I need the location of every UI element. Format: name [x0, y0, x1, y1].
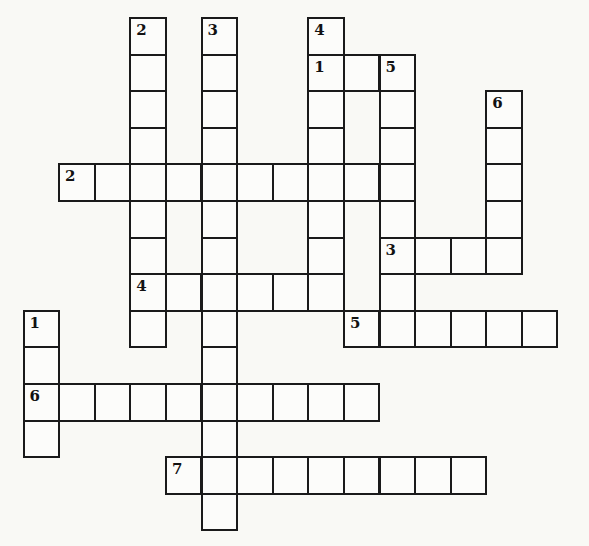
cell-r7-c3[interactable] [129, 273, 167, 312]
cell-r8-c11[interactable] [414, 310, 452, 349]
cell-r2-c5[interactable] [201, 90, 239, 129]
cell-r10-c4[interactable] [165, 383, 203, 422]
cell-r8-c12[interactable] [450, 310, 488, 349]
cell-r4-c5[interactable] [201, 163, 239, 202]
cell-r6-c12[interactable] [450, 237, 488, 276]
cell-r11-c0[interactable] [23, 420, 61, 459]
clue-number-4-r7-c3: 4 [136, 279, 146, 294]
clue-number-6-r10-c0: 6 [30, 389, 40, 404]
cell-r1-c8[interactable] [307, 54, 345, 93]
cell-r12-c10[interactable] [379, 456, 417, 495]
cell-r6-c5[interactable] [201, 237, 239, 276]
cell-r5-c13[interactable] [485, 200, 523, 239]
cell-r10-c1[interactable] [58, 383, 96, 422]
clue-number-4-r0-c8: 4 [314, 23, 324, 38]
cell-r0-c8[interactable] [307, 17, 345, 56]
cell-r4-c7[interactable] [272, 163, 310, 202]
cell-r9-c5[interactable] [201, 346, 239, 385]
cell-r13-c5[interactable] [201, 493, 239, 532]
cell-r10-c9[interactable] [343, 383, 381, 422]
cell-r8-c10[interactable] [379, 310, 417, 349]
clue-number-5-r1-c10: 5 [386, 60, 396, 75]
cell-r5-c8[interactable] [307, 200, 345, 239]
cell-r7-c10[interactable] [379, 273, 417, 312]
clue-number-2-r4-c1: 2 [65, 169, 75, 184]
cell-r8-c0[interactable] [23, 310, 61, 349]
cell-r12-c5[interactable] [201, 456, 239, 495]
cell-r1-c3[interactable] [129, 54, 167, 93]
cell-r8-c14[interactable] [521, 310, 559, 349]
cell-r6-c10[interactable] [379, 237, 417, 276]
cell-r0-c5[interactable] [201, 17, 239, 56]
cell-r9-c0[interactable] [23, 346, 61, 385]
cell-r1-c5[interactable] [201, 54, 239, 93]
cell-r1-c9[interactable] [343, 54, 381, 93]
crossword-page: 2341562341567 [0, 0, 589, 546]
clue-number-1-r8-c0: 1 [30, 316, 40, 331]
cell-r10-c5[interactable] [201, 383, 239, 422]
cell-r10-c0[interactable] [23, 383, 61, 422]
cell-r7-c5[interactable] [201, 273, 239, 312]
clue-number-2-r0-c3: 2 [136, 23, 146, 38]
cell-r5-c5[interactable] [201, 200, 239, 239]
cell-r2-c10[interactable] [379, 90, 417, 129]
cell-r12-c8[interactable] [307, 456, 345, 495]
cell-r7-c6[interactable] [236, 273, 274, 312]
cell-r12-c12[interactable] [450, 456, 488, 495]
clue-number-3-r6-c10: 3 [386, 243, 396, 258]
cell-r4-c4[interactable] [165, 163, 203, 202]
cell-r3-c13[interactable] [485, 127, 523, 166]
cell-r8-c3[interactable] [129, 310, 167, 349]
cell-r2-c3[interactable] [129, 90, 167, 129]
cell-r8-c13[interactable] [485, 310, 523, 349]
cell-r1-c10[interactable] [379, 54, 417, 93]
cell-r4-c3[interactable] [129, 163, 167, 202]
cell-r4-c9[interactable] [343, 163, 381, 202]
cell-r7-c8[interactable] [307, 273, 345, 312]
cell-r10-c3[interactable] [129, 383, 167, 422]
cell-r4-c8[interactable] [307, 163, 345, 202]
cell-r6-c3[interactable] [129, 237, 167, 276]
clue-number-1-r1-c8: 1 [314, 60, 324, 75]
cell-r0-c3[interactable] [129, 17, 167, 56]
cell-r4-c1[interactable] [58, 163, 96, 202]
clue-number-6-r2-c13: 6 [492, 96, 502, 111]
cell-r2-c8[interactable] [307, 90, 345, 129]
cell-r3-c3[interactable] [129, 127, 167, 166]
clue-number-7-r12-c4: 7 [172, 462, 182, 477]
cell-r3-c8[interactable] [307, 127, 345, 166]
cell-r12-c9[interactable] [343, 456, 381, 495]
cell-r10-c8[interactable] [307, 383, 345, 422]
cell-r4-c2[interactable] [94, 163, 132, 202]
cell-r5-c10[interactable] [379, 200, 417, 239]
cell-r2-c13[interactable] [485, 90, 523, 129]
cell-r4-c13[interactable] [485, 163, 523, 202]
cell-r8-c5[interactable] [201, 310, 239, 349]
crossword-board: 2341562341567 [0, 0, 589, 546]
cell-r6-c13[interactable] [485, 237, 523, 276]
cell-r8-c9[interactable] [343, 310, 381, 349]
cell-r4-c6[interactable] [236, 163, 274, 202]
cell-r4-c10[interactable] [379, 163, 417, 202]
cell-r10-c7[interactable] [272, 383, 310, 422]
clue-number-5-r8-c9: 5 [350, 316, 360, 331]
cell-r5-c3[interactable] [129, 200, 167, 239]
cell-r6-c8[interactable] [307, 237, 345, 276]
cell-r6-c11[interactable] [414, 237, 452, 276]
cell-r12-c6[interactable] [236, 456, 274, 495]
clue-number-3-r0-c5: 3 [208, 23, 218, 38]
cell-r12-c7[interactable] [272, 456, 310, 495]
cell-r12-c11[interactable] [414, 456, 452, 495]
cell-r10-c2[interactable] [94, 383, 132, 422]
cell-r12-c4[interactable] [165, 456, 203, 495]
cell-r7-c7[interactable] [272, 273, 310, 312]
cell-r10-c6[interactable] [236, 383, 274, 422]
cell-r3-c10[interactable] [379, 127, 417, 166]
cell-r3-c5[interactable] [201, 127, 239, 166]
cell-r11-c5[interactable] [201, 420, 239, 459]
cell-r7-c4[interactable] [165, 273, 203, 312]
